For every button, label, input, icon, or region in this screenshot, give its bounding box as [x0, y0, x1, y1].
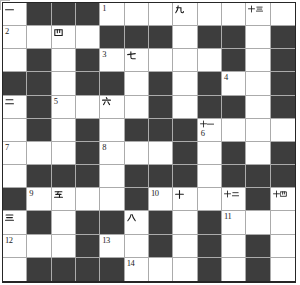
cell-r7c6[interactable] [125, 142, 149, 165]
block-r8c12 [271, 165, 295, 188]
cell-r4c10[interactable]: 4 [222, 72, 246, 95]
down-clue-number-一 [5, 5, 15, 14]
across-clue-number-8: 8 [102, 142, 106, 152]
block-r2c9 [198, 26, 222, 49]
cell-r9c10[interactable] [222, 188, 246, 211]
block-r8c6 [125, 165, 149, 188]
block-r2c6 [125, 26, 149, 49]
block-r1c4 [76, 3, 100, 26]
across-clue-number-3: 3 [102, 49, 106, 59]
down-clue-number-八 [127, 213, 137, 222]
cell-r9c7[interactable]: 10 [149, 188, 173, 211]
down-clue-number-四 [54, 28, 64, 37]
cell-r6c10[interactable] [222, 119, 246, 142]
cell-r9c2[interactable]: 9 [27, 188, 51, 211]
cell-r1c9[interactable] [198, 3, 222, 26]
cell-r6c9[interactable]: 6 [198, 119, 222, 142]
block-r12c3 [52, 258, 76, 281]
block-r12c2 [27, 258, 51, 281]
block-r8c8 [173, 165, 197, 188]
cell-r4c3[interactable] [52, 72, 76, 95]
block-r11c4 [76, 235, 100, 258]
cell-r10c10[interactable]: 11 [222, 211, 246, 234]
cell-r1c7[interactable] [149, 3, 173, 26]
block-r6c8 [173, 119, 197, 142]
block-r2c12 [271, 26, 295, 49]
down-clue-number-三 [5, 213, 15, 222]
cell-r4c6[interactable] [125, 72, 149, 95]
block-r8c4 [76, 165, 100, 188]
block-r10c2 [27, 211, 51, 234]
cell-r1c10[interactable] [222, 3, 246, 26]
cell-r12c7[interactable] [149, 258, 173, 281]
crossword-board: 1234567891011121314 [2, 2, 296, 283]
cell-r1c12[interactable] [271, 3, 295, 26]
across-clue-number-14: 14 [127, 258, 135, 268]
cell-r3c11[interactable] [246, 49, 270, 72]
across-clue-number-1: 1 [102, 3, 106, 13]
cell-r5c11[interactable] [246, 96, 270, 119]
block-r10c4 [76, 211, 100, 234]
cell-r1c11[interactable] [246, 3, 270, 26]
cell-r6c3[interactable] [52, 119, 76, 142]
block-r12c5 [100, 258, 124, 281]
across-clue-number-4: 4 [224, 72, 228, 82]
cell-r1c6[interactable] [125, 3, 149, 26]
block-r8c11 [246, 165, 270, 188]
block-r1c2 [27, 3, 51, 26]
cell-r1c1[interactable] [3, 3, 27, 26]
cell-r5c6[interactable] [125, 96, 149, 119]
cell-r8c9[interactable] [198, 165, 222, 188]
cell-r12c10[interactable] [222, 258, 246, 281]
cell-r10c12[interactable] [271, 211, 295, 234]
cell-r11c2[interactable] [27, 235, 51, 258]
block-r12c9 [198, 258, 222, 281]
block-r12c11 [246, 258, 270, 281]
block-r9c1 [3, 188, 27, 211]
crossword-page: 1234567891011121314 [0, 0, 300, 285]
block-r7c8 [173, 142, 197, 165]
down-clue-number-十一 [200, 120, 215, 128]
cell-r11c12[interactable] [271, 235, 295, 258]
block-r8c2 [27, 165, 51, 188]
cell-r12c12[interactable] [271, 258, 295, 281]
block-r8c10 [222, 165, 246, 188]
cell-r3c6[interactable] [125, 49, 149, 72]
cell-r5c3[interactable]: 5 [52, 96, 76, 119]
cell-r1c5[interactable]: 1 [100, 3, 124, 26]
cell-r2c1[interactable]: 2 [3, 26, 27, 49]
cell-r5c1[interactable] [3, 96, 27, 119]
block-r4c4 [76, 72, 100, 95]
cell-r11c8[interactable] [173, 235, 197, 258]
cell-r9c8[interactable] [173, 188, 197, 211]
block-r7c10 [222, 142, 246, 165]
down-clue-number-二 [5, 97, 15, 106]
cell-r2c3[interactable] [52, 26, 76, 49]
block-r9c11 [246, 188, 270, 211]
cell-r4c8[interactable] [173, 72, 197, 95]
cell-r10c6[interactable] [125, 211, 149, 234]
cell-r9c12[interactable] [271, 188, 295, 211]
cell-r12c6[interactable]: 14 [125, 258, 149, 281]
cell-r5c4[interactable] [76, 96, 100, 119]
cell-r12c1[interactable] [3, 258, 27, 281]
block-r2c10 [222, 26, 246, 49]
cell-r5c8[interactable] [173, 96, 197, 119]
cell-r10c11[interactable] [246, 211, 270, 234]
across-clue-number-11: 11 [224, 211, 231, 221]
block-r10c7 [149, 211, 173, 234]
block-r10c9 [198, 211, 222, 234]
cell-r7c3[interactable] [52, 142, 76, 165]
cell-r8c1[interactable] [3, 165, 27, 188]
cell-r6c12[interactable] [271, 119, 295, 142]
down-clue-number-十三 [248, 5, 263, 13]
block-r3c2 [27, 49, 51, 72]
block-r5c7 [149, 96, 173, 119]
block-r7c12 [271, 142, 295, 165]
cell-r4c11[interactable] [246, 72, 270, 95]
cell-r11c10[interactable] [222, 235, 246, 258]
across-clue-number-7: 7 [5, 142, 9, 152]
block-r6c2 [27, 119, 51, 142]
across-clue-number-10: 10 [151, 188, 159, 198]
cell-r8c5[interactable] [100, 165, 124, 188]
block-r11c11 [246, 235, 270, 258]
across-clue-number-9: 9 [29, 188, 33, 198]
cell-r12c8[interactable] [173, 258, 197, 281]
block-r4c2 [27, 72, 51, 95]
block-r1c3 [52, 3, 76, 26]
cell-r10c3[interactable] [52, 211, 76, 234]
cell-r3c3[interactable] [52, 49, 76, 72]
cell-r6c1[interactable] [3, 119, 27, 142]
cell-r2c11[interactable] [246, 26, 270, 49]
cell-r2c8[interactable] [173, 26, 197, 49]
block-r12c4 [76, 258, 100, 281]
block-r5c9 [198, 96, 222, 119]
block-r4c7 [149, 72, 173, 95]
cell-r10c8[interactable] [173, 211, 197, 234]
down-clue-number-十 [175, 190, 185, 199]
block-r4c9 [198, 72, 222, 95]
cell-r11c1[interactable]: 12 [3, 235, 27, 258]
down-clue-number-十四 [273, 190, 288, 198]
block-r6c4 [76, 119, 100, 142]
cell-r7c1[interactable]: 7 [3, 142, 27, 165]
cell-r9c5[interactable] [100, 188, 124, 211]
cell-r9c9[interactable] [198, 188, 222, 211]
cell-r9c4[interactable] [76, 188, 100, 211]
block-r3c10 [222, 49, 246, 72]
cell-r7c5[interactable]: 8 [100, 142, 124, 165]
cell-r11c6[interactable] [125, 235, 149, 258]
cell-r7c2[interactable] [27, 142, 51, 165]
block-r7c4 [76, 142, 100, 165]
block-r5c10 [222, 96, 246, 119]
across-clue-number-12: 12 [5, 235, 13, 245]
block-r8c3 [52, 165, 76, 188]
block-r6c7 [149, 119, 173, 142]
cell-r5c5[interactable] [100, 96, 124, 119]
down-clue-number-十二 [224, 190, 239, 198]
block-r6c6 [125, 119, 149, 142]
cell-r2c4[interactable] [76, 26, 100, 49]
cell-r7c11[interactable] [246, 142, 270, 165]
cell-r1c8[interactable] [173, 3, 197, 26]
block-r11c9 [198, 235, 222, 258]
block-r9c6 [125, 188, 149, 211]
cell-r3c1[interactable] [3, 49, 27, 72]
cell-r6c5[interactable] [100, 119, 124, 142]
block-r2c5 [100, 26, 124, 49]
across-clue-number-2: 2 [5, 26, 9, 36]
cell-r2c2[interactable] [27, 26, 51, 49]
cell-r3c9[interactable] [198, 49, 222, 72]
block-r4c1 [3, 72, 27, 95]
across-clue-number-5: 5 [54, 96, 58, 106]
cell-r11c3[interactable] [52, 235, 76, 258]
down-clue-number-六 [102, 97, 112, 106]
across-clue-number-6: 6 [201, 128, 205, 138]
cell-r3c8[interactable] [173, 49, 197, 72]
block-r3c4 [76, 49, 100, 72]
block-r11c7 [149, 235, 173, 258]
block-r4c12 [271, 72, 295, 95]
cell-r3c5[interactable]: 3 [100, 49, 124, 72]
block-r8c7 [149, 165, 173, 188]
cell-r3c7[interactable] [149, 49, 173, 72]
block-r10c5 [100, 211, 124, 234]
cell-r10c1[interactable] [3, 211, 27, 234]
down-clue-number-五 [54, 190, 64, 199]
block-r2c7 [149, 26, 173, 49]
down-clue-number-九 [175, 5, 185, 14]
cell-r11c5[interactable]: 13 [100, 235, 124, 258]
block-r5c12 [271, 96, 295, 119]
block-r3c12 [271, 49, 295, 72]
down-clue-number-七 [127, 51, 137, 60]
cell-r6c11[interactable] [246, 119, 270, 142]
cell-r7c9[interactable] [198, 142, 222, 165]
block-r4c5 [100, 72, 124, 95]
across-clue-number-13: 13 [102, 235, 110, 245]
cell-r7c7[interactable] [149, 142, 173, 165]
block-r5c2 [27, 96, 51, 119]
cell-r9c3[interactable] [52, 188, 76, 211]
